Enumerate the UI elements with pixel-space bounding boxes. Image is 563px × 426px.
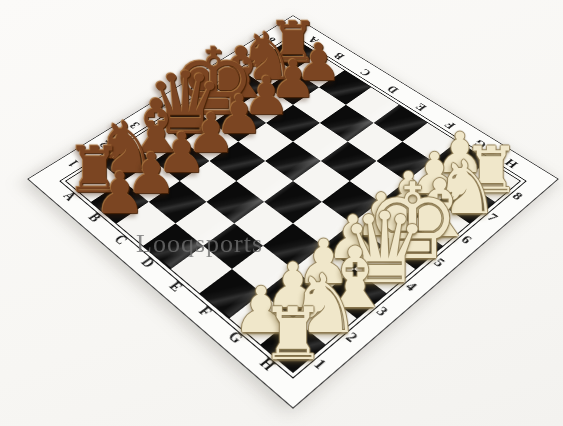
watermark: Looqsports <box>136 229 263 259</box>
piece-dark-pawn[interactable]: ♟ <box>91 165 149 223</box>
product-photo: ABCDEFGH ABCDEFGH 12345678 12345678 Looq… <box>0 0 563 426</box>
piece-light-rook[interactable]: ♜ <box>257 298 330 371</box>
